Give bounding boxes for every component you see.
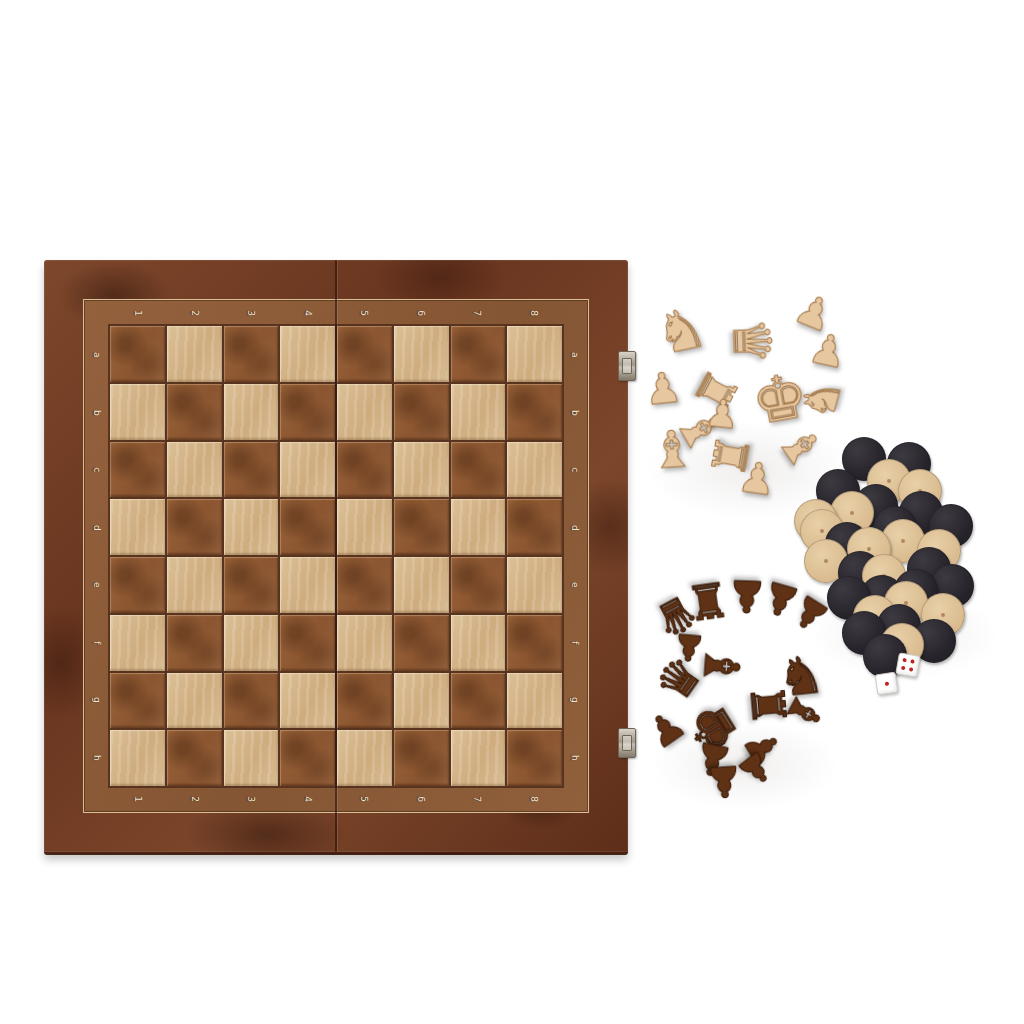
square-c4: [280, 442, 335, 498]
light-knight: ♞: [651, 298, 712, 363]
square-g7: [451, 673, 506, 729]
square-f6: [394, 615, 449, 671]
square-e2: [167, 557, 222, 613]
square-b4: [280, 384, 335, 440]
square-g4: [280, 673, 335, 729]
square-d1: [110, 499, 165, 555]
dark-pawn: ♟: [704, 759, 744, 804]
square-f8: [507, 615, 562, 671]
light-pawn: ♟: [642, 366, 684, 412]
square-a4: [280, 326, 335, 382]
square-f4: [280, 615, 335, 671]
square-h6: [394, 730, 449, 786]
square-a5: [337, 326, 392, 382]
die-pip: [884, 681, 889, 686]
square-f5: [337, 615, 392, 671]
square-b7: [451, 384, 506, 440]
die-pip: [910, 659, 915, 664]
light-pawn: ♟: [805, 327, 851, 376]
square-a3: [224, 326, 279, 382]
light-bishop: ♝: [648, 423, 696, 476]
square-h1: [110, 730, 165, 786]
square-b1: [110, 384, 165, 440]
board-labels-right: abcdefgh: [562, 326, 588, 786]
light-queen: ♛: [725, 317, 779, 365]
square-a7: [451, 326, 506, 382]
die-pip: [902, 658, 907, 663]
square-d7: [451, 499, 506, 555]
square-e6: [394, 557, 449, 613]
square-a8: [507, 326, 562, 382]
square-a6: [394, 326, 449, 382]
square-b3: [224, 384, 279, 440]
square-d5: [337, 499, 392, 555]
chess-board: 12345678 12345678 abcdefgh abcdefgh: [44, 260, 628, 855]
square-d2: [167, 499, 222, 555]
square-b2: [167, 384, 222, 440]
square-c1: [110, 442, 165, 498]
die-pip: [901, 666, 906, 671]
square-e7: [451, 557, 506, 613]
square-c5: [337, 442, 392, 498]
square-c7: [451, 442, 506, 498]
square-g2: [167, 673, 222, 729]
metal-clasp-bottom-icon: [618, 728, 636, 758]
die-4: [895, 652, 920, 677]
metal-clasp-top-icon: [618, 351, 636, 381]
square-a1: [110, 326, 165, 382]
square-c6: [394, 442, 449, 498]
square-h2: [167, 730, 222, 786]
square-h5: [337, 730, 392, 786]
square-g5: [337, 673, 392, 729]
square-d4: [280, 499, 335, 555]
square-g1: [110, 673, 165, 729]
square-c2: [167, 442, 222, 498]
square-e4: [280, 557, 335, 613]
board-labels-left: abcdefgh: [84, 326, 110, 786]
square-h7: [451, 730, 506, 786]
square-d6: [394, 499, 449, 555]
square-h3: [224, 730, 279, 786]
square-e5: [337, 557, 392, 613]
square-b5: [337, 384, 392, 440]
square-b8: [507, 384, 562, 440]
fold-seam: [335, 260, 337, 852]
square-d3: [224, 499, 279, 555]
square-h8: [507, 730, 562, 786]
square-e1: [110, 557, 165, 613]
product-photo: 12345678 12345678 abcdefgh abcdefgh ♞♟♛♟…: [0, 0, 1024, 1024]
square-e3: [224, 557, 279, 613]
square-c3: [224, 442, 279, 498]
square-d8: [507, 499, 562, 555]
square-f1: [110, 615, 165, 671]
square-b6: [394, 384, 449, 440]
square-g3: [224, 673, 279, 729]
square-f7: [451, 615, 506, 671]
square-f3: [224, 615, 279, 671]
square-a2: [167, 326, 222, 382]
light-pawn: ♟: [735, 456, 778, 503]
light-pawn: ♟: [703, 393, 741, 434]
square-e8: [507, 557, 562, 613]
die-pip: [909, 667, 914, 672]
square-c8: [507, 442, 562, 498]
square-g8: [507, 673, 562, 729]
square-g6: [394, 673, 449, 729]
square-f2: [167, 615, 222, 671]
square-h4: [280, 730, 335, 786]
die-1: [874, 671, 898, 695]
